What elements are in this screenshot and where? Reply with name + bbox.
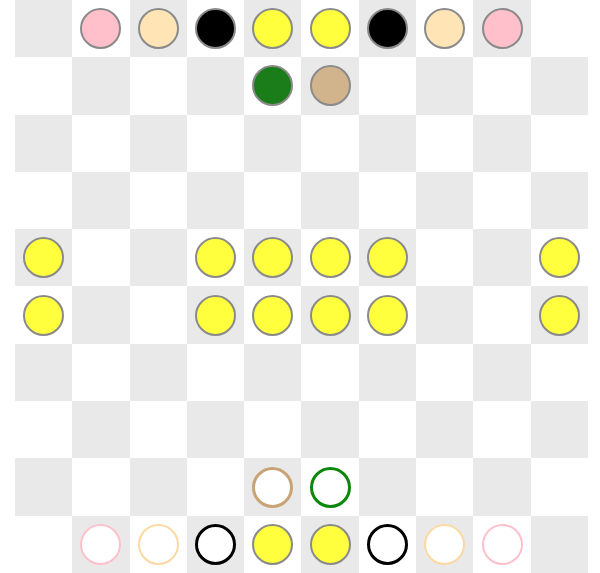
square-r5c8[interactable] (473, 286, 530, 343)
square-r4c5[interactable] (301, 229, 358, 286)
piece-yellow-disc[interactable] (310, 524, 351, 565)
square-r3c6[interactable] (359, 172, 416, 229)
square-r4c6[interactable] (359, 229, 416, 286)
square-r3c1[interactable] (72, 172, 129, 229)
square-r1c3[interactable] (187, 57, 244, 114)
square-r1c6[interactable] (359, 57, 416, 114)
square-r5c5[interactable] (301, 286, 358, 343)
piece-yellow-disc[interactable] (539, 237, 580, 278)
square-r0c1[interactable] (72, 0, 129, 57)
square-r8c8[interactable] (473, 458, 530, 515)
square-r6c3[interactable] (187, 344, 244, 401)
square-r5c3[interactable] (187, 286, 244, 343)
square-r0c5[interactable] (301, 0, 358, 57)
square-r2c1[interactable] (72, 115, 129, 172)
square-r8c9[interactable] (531, 458, 588, 515)
piece-black-goal-outline[interactable] (195, 524, 236, 565)
square-r3c4[interactable] (244, 172, 301, 229)
square-r5c1[interactable] (72, 286, 129, 343)
piece-pink-disc[interactable] (80, 8, 121, 49)
square-r8c2[interactable] (130, 458, 187, 515)
square-r0c2[interactable] (130, 0, 187, 57)
square-r4c4[interactable] (244, 229, 301, 286)
piece-yellow-disc[interactable] (252, 295, 293, 336)
square-r3c9[interactable] (531, 172, 588, 229)
square-r9c2[interactable] (130, 516, 187, 573)
piece-yellow-disc[interactable] (539, 295, 580, 336)
square-r9c3[interactable] (187, 516, 244, 573)
square-r4c0[interactable] (15, 229, 72, 286)
piece-yellow-disc[interactable] (23, 237, 64, 278)
square-r7c6[interactable] (359, 401, 416, 458)
piece-yellow-disc[interactable] (195, 295, 236, 336)
square-r4c2[interactable] (130, 229, 187, 286)
square-r1c4[interactable] (244, 57, 301, 114)
piece-peach-goal-outline[interactable] (424, 524, 465, 565)
square-r3c5[interactable] (301, 172, 358, 229)
square-r3c8[interactable] (473, 172, 530, 229)
square-r6c7[interactable] (416, 344, 473, 401)
square-r3c7[interactable] (416, 172, 473, 229)
square-r9c0[interactable] (15, 516, 72, 573)
square-r0c8[interactable] (473, 0, 530, 57)
square-r6c0[interactable] (15, 344, 72, 401)
piece-yellow-disc[interactable] (310, 237, 351, 278)
square-r6c6[interactable] (359, 344, 416, 401)
square-r6c5[interactable] (301, 344, 358, 401)
piece-yellow-disc[interactable] (252, 237, 293, 278)
square-r1c0[interactable] (15, 57, 72, 114)
board (15, 0, 588, 573)
square-r7c7[interactable] (416, 401, 473, 458)
square-r2c5[interactable] (301, 115, 358, 172)
square-r9c8[interactable] (473, 516, 530, 573)
square-r4c1[interactable] (72, 229, 129, 286)
square-r2c8[interactable] (473, 115, 530, 172)
square-r8c0[interactable] (15, 458, 72, 515)
square-r2c2[interactable] (130, 115, 187, 172)
square-r1c5[interactable] (301, 57, 358, 114)
piece-yellow-disc[interactable] (195, 237, 236, 278)
square-r9c9[interactable] (531, 516, 588, 573)
square-r7c3[interactable] (187, 401, 244, 458)
piece-peach-goal-outline[interactable] (138, 524, 179, 565)
square-r5c6[interactable] (359, 286, 416, 343)
piece-black-disc[interactable] (195, 8, 236, 49)
square-r2c9[interactable] (531, 115, 588, 172)
square-r6c4[interactable] (244, 344, 301, 401)
square-r5c2[interactable] (130, 286, 187, 343)
square-r5c0[interactable] (15, 286, 72, 343)
square-r7c4[interactable] (244, 401, 301, 458)
square-r8c1[interactable] (72, 458, 129, 515)
square-r1c1[interactable] (72, 57, 129, 114)
square-r9c7[interactable] (416, 516, 473, 573)
square-r0c7[interactable] (416, 0, 473, 57)
square-r4c3[interactable] (187, 229, 244, 286)
square-r1c8[interactable] (473, 57, 530, 114)
piece-yellow-disc[interactable] (367, 295, 408, 336)
square-r1c2[interactable] (130, 57, 187, 114)
piece-yellow-disc[interactable] (310, 295, 351, 336)
square-r2c0[interactable] (15, 115, 72, 172)
game-window (0, 0, 600, 573)
square-r4c7[interactable] (416, 229, 473, 286)
square-r8c7[interactable] (416, 458, 473, 515)
square-r6c9[interactable] (531, 344, 588, 401)
square-r5c9[interactable] (531, 286, 588, 343)
square-r7c0[interactable] (15, 401, 72, 458)
square-r9c4[interactable] (244, 516, 301, 573)
piece-black-goal-outline[interactable] (367, 524, 408, 565)
piece-yellow-disc[interactable] (252, 524, 293, 565)
piece-black-disc[interactable] (367, 8, 408, 49)
square-r0c0[interactable] (15, 0, 72, 57)
square-r0c6[interactable] (359, 0, 416, 57)
square-r7c8[interactable] (473, 401, 530, 458)
piece-green-disc[interactable] (252, 65, 293, 106)
square-r6c2[interactable] (130, 344, 187, 401)
square-r3c0[interactable] (15, 172, 72, 229)
piece-tan-goal-outline[interactable] (252, 467, 293, 508)
square-r1c7[interactable] (416, 57, 473, 114)
piece-peach-disc[interactable] (138, 8, 179, 49)
piece-pink-goal-outline[interactable] (80, 524, 121, 565)
square-r3c3[interactable] (187, 172, 244, 229)
square-r2c4[interactable] (244, 115, 301, 172)
square-r8c6[interactable] (359, 458, 416, 515)
square-r0c9[interactable] (531, 0, 588, 57)
piece-tan-disc[interactable] (310, 65, 351, 106)
square-r2c6[interactable] (359, 115, 416, 172)
square-r3c2[interactable] (130, 172, 187, 229)
square-r7c1[interactable] (72, 401, 129, 458)
square-r9c1[interactable] (72, 516, 129, 573)
square-r9c5[interactable] (301, 516, 358, 573)
piece-peach-disc[interactable] (424, 8, 465, 49)
square-r7c9[interactable] (531, 401, 588, 458)
square-r9c6[interactable] (359, 516, 416, 573)
square-r5c7[interactable] (416, 286, 473, 343)
piece-pink-goal-outline[interactable] (482, 524, 523, 565)
piece-yellow-disc[interactable] (367, 237, 408, 278)
square-r5c4[interactable] (244, 286, 301, 343)
piece-yellow-disc[interactable] (310, 8, 351, 49)
piece-yellow-disc[interactable] (252, 8, 293, 49)
piece-yellow-disc[interactable] (23, 295, 64, 336)
square-r8c5[interactable] (301, 458, 358, 515)
square-r4c8[interactable] (473, 229, 530, 286)
square-r6c1[interactable] (72, 344, 129, 401)
square-r8c4[interactable] (244, 458, 301, 515)
square-r6c8[interactable] (473, 344, 530, 401)
square-r2c7[interactable] (416, 115, 473, 172)
piece-pink-disc[interactable] (482, 8, 523, 49)
square-r0c3[interactable] (187, 0, 244, 57)
square-r8c3[interactable] (187, 458, 244, 515)
square-r7c5[interactable] (301, 401, 358, 458)
square-r4c9[interactable] (531, 229, 588, 286)
piece-green-goal-outline[interactable] (310, 467, 351, 508)
square-r0c4[interactable] (244, 0, 301, 57)
square-r7c2[interactable] (130, 401, 187, 458)
square-r1c9[interactable] (531, 57, 588, 114)
square-r2c3[interactable] (187, 115, 244, 172)
